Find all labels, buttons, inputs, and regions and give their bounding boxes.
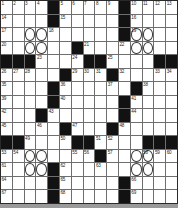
cell-r3c7[interactable] xyxy=(72,28,83,41)
cell-r10c2[interactable] xyxy=(13,123,24,136)
cell-r14c15[interactable] xyxy=(166,177,177,190)
cell-r9c14[interactable] xyxy=(154,109,165,122)
cell-r9c9[interactable] xyxy=(95,109,106,122)
cell-r11c4[interactable] xyxy=(36,136,47,149)
cell-r7c1[interactable]: 35 xyxy=(1,82,12,95)
clue-number: 27 xyxy=(13,69,18,74)
clue-number: 13 xyxy=(167,1,172,6)
black-cell-r11c8 xyxy=(84,136,95,149)
cell-r3c2[interactable] xyxy=(13,28,24,41)
cell-r4c8[interactable]: 21 xyxy=(84,42,95,55)
cell-r11c5[interactable] xyxy=(48,136,59,149)
clue-number: 57 xyxy=(108,150,113,155)
circle-marker xyxy=(143,28,154,41)
clue-number: 11 xyxy=(143,1,147,6)
cell-r15c2[interactable] xyxy=(13,190,24,203)
cell-r10c15[interactable] xyxy=(166,123,177,136)
cell-r6c13[interactable] xyxy=(143,69,154,82)
clue-number: 69 xyxy=(131,190,136,195)
clue-number: 24 xyxy=(72,55,77,60)
cell-r13c1[interactable]: 61 xyxy=(1,163,12,176)
clue-number: 2 xyxy=(13,1,15,6)
black-cell-r6c10 xyxy=(107,69,118,82)
cell-r6c1[interactable]: 26 xyxy=(1,69,12,82)
cell-r12c14[interactable]: 59 xyxy=(154,150,165,163)
clue-number: 29 xyxy=(72,69,77,74)
clue-number: 5 xyxy=(61,1,63,6)
circle-marker xyxy=(143,42,154,55)
clue-number: 7 xyxy=(84,1,86,6)
cell-r11c11[interactable] xyxy=(119,136,130,149)
clue-number: 19 xyxy=(131,28,136,33)
cell-r3c12[interactable]: 19 xyxy=(131,28,142,41)
cell-r5c10[interactable]: 25 xyxy=(107,55,118,68)
clue-number: 62 xyxy=(61,163,66,168)
clue-number: 44 xyxy=(131,109,136,114)
cell-r12c12[interactable] xyxy=(131,150,142,163)
clue-number: 9 xyxy=(108,1,110,6)
cell-r8c6[interactable]: 40 xyxy=(60,96,71,109)
clue-number: 68 xyxy=(61,190,66,195)
cell-r4c11[interactable]: 22 xyxy=(119,42,130,55)
cell-r8c10[interactable] xyxy=(107,96,118,109)
cell-r12c5[interactable] xyxy=(48,150,59,163)
cell-r1c9[interactable]: 8 xyxy=(95,1,106,14)
cell-r13c3[interactable] xyxy=(25,163,36,176)
clue-number: 35 xyxy=(2,82,7,87)
cell-r15c15[interactable] xyxy=(166,190,177,203)
cell-r11c9[interactable]: 51 xyxy=(95,136,106,149)
cell-r11c3[interactable]: 49 xyxy=(25,136,36,149)
cell-r7c15[interactable] xyxy=(166,82,177,95)
cell-r4c14[interactable] xyxy=(154,42,165,55)
cell-r3c8[interactable] xyxy=(84,28,95,41)
black-cell-r8c5 xyxy=(48,96,59,109)
cell-r1c7[interactable]: 6 xyxy=(72,1,83,14)
cell-r7c8[interactable] xyxy=(84,82,95,95)
clue-number: 3 xyxy=(25,1,27,6)
cell-r2c3[interactable] xyxy=(25,15,36,28)
black-cell-r5c2 xyxy=(13,55,24,68)
cell-r4c15[interactable] xyxy=(166,42,177,55)
black-cell-r9c4 xyxy=(36,109,47,122)
circle-marker xyxy=(25,28,36,41)
clue-number: 55 xyxy=(72,150,77,155)
cell-r2c9[interactable] xyxy=(95,15,106,28)
cell-r10c14[interactable] xyxy=(154,123,165,136)
cell-r7c11[interactable] xyxy=(119,82,130,95)
black-cell-r7c12 xyxy=(131,82,142,95)
cell-r3c14[interactable] xyxy=(154,28,165,41)
cell-r13c2[interactable] xyxy=(13,163,24,176)
clue-number: 33 xyxy=(155,69,160,74)
cell-r15c13[interactable] xyxy=(143,190,154,203)
cell-r2c14[interactable] xyxy=(154,15,165,28)
circle-marker xyxy=(36,163,47,176)
black-cell-r14c11 xyxy=(119,177,130,190)
cell-r13c6[interactable]: 62 xyxy=(60,163,71,176)
clue-number: 20 xyxy=(2,42,7,47)
cell-r9c2[interactable] xyxy=(13,109,24,122)
cell-r4c3[interactable] xyxy=(25,42,36,55)
clue-number: 16 xyxy=(131,15,136,20)
cell-r8c9[interactable] xyxy=(95,96,106,109)
cell-r9c15[interactable] xyxy=(166,109,177,122)
cell-r7c3[interactable] xyxy=(25,82,36,95)
cell-r1c3[interactable]: 3 xyxy=(25,1,36,14)
cell-r1c13[interactable]: 11 xyxy=(143,1,154,14)
cell-r9c10[interactable] xyxy=(107,109,118,122)
black-cell-r11c14 xyxy=(154,136,165,149)
cell-r10c8[interactable] xyxy=(84,123,95,136)
cell-r12c4[interactable] xyxy=(36,150,47,163)
cell-r2c4[interactable] xyxy=(36,15,47,28)
cell-r13c11[interactable] xyxy=(119,163,130,176)
cell-r14c9[interactable] xyxy=(95,177,106,190)
cell-r10c12[interactable] xyxy=(131,123,142,136)
cell-r13c7[interactable] xyxy=(72,163,83,176)
cell-r3c9[interactable] xyxy=(95,28,106,41)
black-cell-r3c11 xyxy=(119,28,130,41)
cell-r6c12[interactable] xyxy=(131,69,142,82)
cell-r5c11[interactable] xyxy=(119,55,130,68)
clue-number: 8 xyxy=(96,1,98,6)
cell-r14c2[interactable] xyxy=(13,177,24,190)
cell-r9c5[interactable]: 43 xyxy=(48,109,59,122)
cell-r13c4[interactable] xyxy=(36,163,47,176)
cell-r6c4[interactable] xyxy=(36,69,47,82)
clue-number: 67 xyxy=(2,190,7,195)
clue-number: 17 xyxy=(2,28,7,33)
cell-r14c3[interactable] xyxy=(25,177,36,190)
cell-r14c12[interactable]: 66 xyxy=(131,177,142,190)
cell-r5c12[interactable] xyxy=(131,55,142,68)
black-cell-r15c11 xyxy=(119,190,130,203)
cell-r4c9[interactable] xyxy=(95,42,106,55)
cell-r4c5[interactable] xyxy=(48,42,59,55)
black-cell-r2c11 xyxy=(119,15,130,28)
crossword-board: 1234567891011121314151617181920212223242… xyxy=(0,0,178,208)
cell-r10c13[interactable] xyxy=(143,123,154,136)
cell-r15c4[interactable] xyxy=(36,190,47,203)
circle-marker xyxy=(25,42,36,55)
black-cell-r1c5 xyxy=(48,1,59,14)
clue-number: 66 xyxy=(131,177,136,182)
cell-r14c7[interactable] xyxy=(72,177,83,190)
clue-number: 48 xyxy=(120,123,125,128)
clue-number: 28 xyxy=(25,69,30,74)
cell-r13c14[interactable] xyxy=(154,163,165,176)
clue-number: 15 xyxy=(61,15,66,20)
cell-r5c4[interactable]: 23 xyxy=(36,55,47,68)
cell-r3c10[interactable] xyxy=(107,28,118,41)
cell-r15c7[interactable] xyxy=(72,190,83,203)
cell-r10c4[interactable]: 46 xyxy=(36,123,47,136)
clue-number: 37 xyxy=(108,82,113,87)
clue-number: 54 xyxy=(13,150,18,155)
black-cell-r6c6 xyxy=(60,69,71,82)
clue-number: 36 xyxy=(61,82,66,87)
circle-marker xyxy=(131,42,142,55)
cell-r5c6[interactable] xyxy=(60,55,71,68)
cell-r6c11[interactable]: 32 xyxy=(119,69,130,82)
cell-r7c4[interactable] xyxy=(36,82,47,95)
clue-number: 46 xyxy=(37,123,42,128)
black-cell-r11c1 xyxy=(1,136,12,149)
black-cell-r5c9 xyxy=(95,55,106,68)
cell-r2c6[interactable]: 15 xyxy=(60,15,71,28)
cell-r4c10[interactable] xyxy=(107,42,118,55)
cell-r2c12[interactable]: 16 xyxy=(131,15,142,28)
clue-number: 53 xyxy=(2,150,7,155)
clue-number: 49 xyxy=(25,136,30,141)
clue-number: 38 xyxy=(143,82,148,87)
clue-number: 12 xyxy=(155,1,160,6)
black-cell-r9c11 xyxy=(119,109,130,122)
cell-r5c5[interactable] xyxy=(48,55,59,68)
circle-marker xyxy=(36,28,47,41)
black-cell-r5c14 xyxy=(154,55,165,68)
clue-number: 52 xyxy=(108,136,113,141)
clue-number: 4 xyxy=(37,1,39,6)
cell-r15c9[interactable] xyxy=(95,190,106,203)
black-cell-r15c5 xyxy=(48,190,59,203)
cell-r7c13[interactable]: 38 xyxy=(143,82,154,95)
cell-r8c4[interactable] xyxy=(36,96,47,109)
black-cell-r11c2 xyxy=(13,136,24,149)
cell-r1c4[interactable]: 4 xyxy=(36,1,47,14)
cell-r15c8[interactable] xyxy=(84,190,95,203)
cell-r9c6[interactable] xyxy=(60,109,71,122)
clue-number: 26 xyxy=(2,69,7,74)
cell-r3c3[interactable] xyxy=(25,28,36,41)
cell-r6c8[interactable]: 30 xyxy=(84,69,95,82)
cell-r13c13[interactable] xyxy=(143,163,154,176)
clue-number: 45 xyxy=(2,123,7,128)
cell-r13c9[interactable]: 63 xyxy=(95,163,106,176)
cell-r15c12[interactable]: 69 xyxy=(131,190,142,203)
cell-r10c9[interactable] xyxy=(95,123,106,136)
cell-r10c3[interactable] xyxy=(25,123,36,136)
cell-r2c10[interactable] xyxy=(107,15,118,28)
clue-number: 22 xyxy=(120,42,125,47)
cell-r2c13[interactable] xyxy=(143,15,154,28)
cell-r14c6[interactable]: 65 xyxy=(60,177,71,190)
cell-r2c7[interactable] xyxy=(72,15,83,28)
cell-r11c10[interactable]: 52 xyxy=(107,136,118,149)
cell-r15c14[interactable] xyxy=(154,190,165,203)
cell-r3c1[interactable]: 17 xyxy=(1,28,12,41)
cell-r7c7[interactable] xyxy=(72,82,83,95)
cell-r3c15[interactable] xyxy=(166,28,177,41)
cell-r4c13[interactable] xyxy=(143,42,154,55)
cell-r2c8[interactable] xyxy=(84,15,95,28)
cell-r12c8[interactable]: 56 xyxy=(84,150,95,163)
cell-r4c1[interactable]: 20 xyxy=(1,42,12,55)
cell-r15c10[interactable] xyxy=(107,190,118,203)
clue-number: 14 xyxy=(2,15,7,20)
cell-r1c8[interactable]: 7 xyxy=(84,1,95,14)
cell-r3c6[interactable] xyxy=(60,28,71,41)
clue-number: 30 xyxy=(84,69,89,74)
clue-number: 6 xyxy=(72,1,74,6)
cell-r14c10[interactable] xyxy=(107,177,118,190)
cell-r1c15[interactable]: 13 xyxy=(166,1,177,14)
black-cell-r5c8 xyxy=(84,55,95,68)
black-cell-r12c9 xyxy=(95,150,106,163)
cell-r14c14[interactable] xyxy=(154,177,165,190)
cell-r8c14[interactable] xyxy=(154,96,165,109)
clue-number: 34 xyxy=(167,69,172,74)
cell-r12c6[interactable] xyxy=(60,150,71,163)
cell-r12c7[interactable]: 55 xyxy=(72,150,83,163)
cell-r6c5[interactable] xyxy=(48,69,59,82)
cell-r8c13[interactable] xyxy=(143,96,154,109)
clue-number: 25 xyxy=(108,55,113,60)
black-cell-r13c5 xyxy=(48,163,59,176)
cell-r1c10[interactable]: 9 xyxy=(107,1,118,14)
cell-r8c12[interactable]: 41 xyxy=(131,96,142,109)
cell-r8c2[interactable] xyxy=(13,96,24,109)
circle-marker xyxy=(36,42,47,55)
clue-number: 31 xyxy=(96,69,101,74)
cell-r7c9[interactable] xyxy=(95,82,106,95)
board-bottom-edge xyxy=(0,204,178,208)
black-cell-r8c11 xyxy=(119,96,130,109)
cell-r2c2[interactable] xyxy=(13,15,24,28)
clue-number: 39 xyxy=(2,96,7,101)
cell-r1c1[interactable]: 1 xyxy=(1,1,12,14)
black-cell-r11c15 xyxy=(166,136,177,149)
clue-number: 1 xyxy=(2,1,4,6)
clue-number: 32 xyxy=(120,69,125,74)
clue-number: 63 xyxy=(96,163,101,168)
cell-r13c12[interactable] xyxy=(131,163,142,176)
cell-r11c12[interactable] xyxy=(131,136,142,149)
cell-r7c14[interactable] xyxy=(154,82,165,95)
cell-r2c15[interactable] xyxy=(166,15,177,28)
cell-r4c6[interactable] xyxy=(60,42,71,55)
cell-r8c7[interactable] xyxy=(72,96,83,109)
black-cell-r7c5 xyxy=(48,82,59,95)
cell-r4c12[interactable] xyxy=(131,42,142,55)
cell-r9c1[interactable]: 42 xyxy=(1,109,12,122)
cell-r13c15[interactable] xyxy=(166,163,177,176)
cell-r12c3[interactable] xyxy=(25,150,36,163)
cell-r9c13[interactable] xyxy=(143,109,154,122)
circle-marker xyxy=(131,150,142,163)
black-cell-r5c15 xyxy=(166,55,177,68)
cell-r12c1[interactable]: 53 xyxy=(1,150,12,163)
cell-r13c8[interactable] xyxy=(84,163,95,176)
circle-marker xyxy=(143,163,154,176)
cell-r10c1[interactable]: 45 xyxy=(1,123,12,136)
cell-r14c1[interactable]: 64 xyxy=(1,177,12,190)
cell-r8c1[interactable]: 39 xyxy=(1,96,12,109)
cell-r9c7[interactable] xyxy=(72,109,83,122)
cell-r3c5[interactable]: 18 xyxy=(48,28,59,41)
black-cell-r11c13 xyxy=(143,136,154,149)
black-cell-r1c11 xyxy=(119,1,130,14)
cell-r13c10[interactable] xyxy=(107,163,118,176)
cell-r6c9[interactable]: 31 xyxy=(95,69,106,82)
clue-number: 23 xyxy=(37,55,42,60)
cell-r1c14[interactable]: 12 xyxy=(154,1,165,14)
cell-r10c5[interactable] xyxy=(48,123,59,136)
black-cell-r10c6 xyxy=(60,123,71,136)
cell-r14c4[interactable] xyxy=(36,177,47,190)
cell-r12c10[interactable]: 57 xyxy=(107,150,118,163)
black-cell-r2c5 xyxy=(48,15,59,28)
black-cell-r10c10 xyxy=(107,123,118,136)
cell-r7c6[interactable]: 36 xyxy=(60,82,71,95)
cell-r11c6[interactable]: 50 xyxy=(60,136,71,149)
cell-r12c11[interactable] xyxy=(119,150,130,163)
clue-number: 40 xyxy=(61,96,66,101)
clue-number: 21 xyxy=(84,42,89,47)
cell-r15c6[interactable]: 68 xyxy=(60,190,71,203)
cell-r6c3[interactable]: 28 xyxy=(25,69,36,82)
cell-r1c6[interactable]: 5 xyxy=(60,1,71,14)
cell-r15c3[interactable] xyxy=(25,190,36,203)
circle-marker xyxy=(25,150,36,163)
circle-marker xyxy=(36,150,47,163)
cell-r5c7[interactable]: 24 xyxy=(72,55,83,68)
clue-number: 43 xyxy=(49,109,54,114)
cell-r2c1[interactable]: 14 xyxy=(1,15,12,28)
clue-number: 47 xyxy=(72,123,77,128)
clue-number: 41 xyxy=(131,96,136,101)
cell-r4c2[interactable] xyxy=(13,42,24,55)
cell-r3c4[interactable] xyxy=(36,28,47,41)
cell-r6c2[interactable]: 27 xyxy=(13,69,24,82)
cell-r6c14[interactable]: 33 xyxy=(154,69,165,82)
cell-r8c15[interactable] xyxy=(166,96,177,109)
cell-r6c7[interactable]: 29 xyxy=(72,69,83,82)
cell-r12c2[interactable]: 54 xyxy=(13,150,24,163)
cell-r12c13[interactable]: 58 xyxy=(143,150,154,163)
cell-r10c7[interactable]: 47 xyxy=(72,123,83,136)
cell-r9c8[interactable] xyxy=(84,109,95,122)
black-cell-r4c7 xyxy=(72,42,83,55)
cell-r9c12[interactable]: 44 xyxy=(131,109,142,122)
clue-number: 42 xyxy=(2,109,7,114)
clue-number: 60 xyxy=(167,150,172,155)
cell-r9c3[interactable] xyxy=(25,109,36,122)
cell-r4c4[interactable] xyxy=(36,42,47,55)
cell-r7c10[interactable]: 37 xyxy=(107,82,118,95)
cell-r15c1[interactable]: 67 xyxy=(1,190,12,203)
crossword-grid: 1234567891011121314151617181920212223242… xyxy=(0,0,178,204)
cell-r1c12[interactable]: 10 xyxy=(131,1,142,14)
cell-r10c11[interactable]: 48 xyxy=(119,123,130,136)
cell-r5c13[interactable] xyxy=(143,55,154,68)
cell-r3c13[interactable] xyxy=(143,28,154,41)
cell-r6c15[interactable]: 34 xyxy=(166,69,177,82)
cell-r8c3[interactable] xyxy=(25,96,36,109)
cell-r14c13[interactable] xyxy=(143,177,154,190)
cell-r14c8[interactable] xyxy=(84,177,95,190)
cell-r12c15[interactable]: 60 xyxy=(166,150,177,163)
clue-number: 58 xyxy=(143,150,148,155)
cell-r1c2[interactable]: 2 xyxy=(13,1,24,14)
cell-r7c2[interactable] xyxy=(13,82,24,95)
black-cell-r14c5 xyxy=(48,177,59,190)
clue-number: 64 xyxy=(2,177,7,182)
cell-r8c8[interactable] xyxy=(84,96,95,109)
clue-number: 50 xyxy=(61,136,66,141)
clue-number: 51 xyxy=(96,136,101,141)
